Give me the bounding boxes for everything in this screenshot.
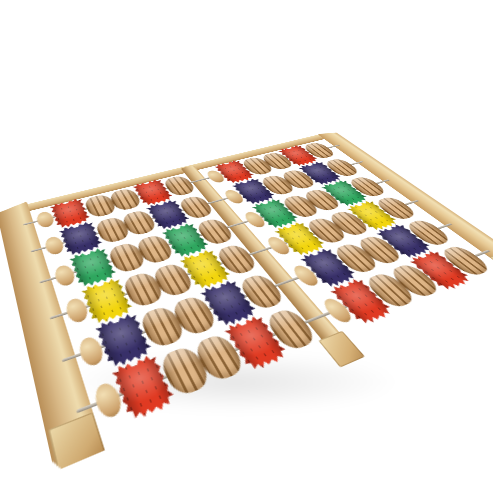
wooden-bead (91, 380, 125, 421)
wooden-bead (34, 210, 55, 229)
wooden-bead (43, 235, 66, 256)
photo-canvas (0, 0, 493, 493)
wooden-bead (52, 263, 77, 288)
wooden-bead (76, 334, 106, 368)
wooden-bead (63, 296, 90, 325)
